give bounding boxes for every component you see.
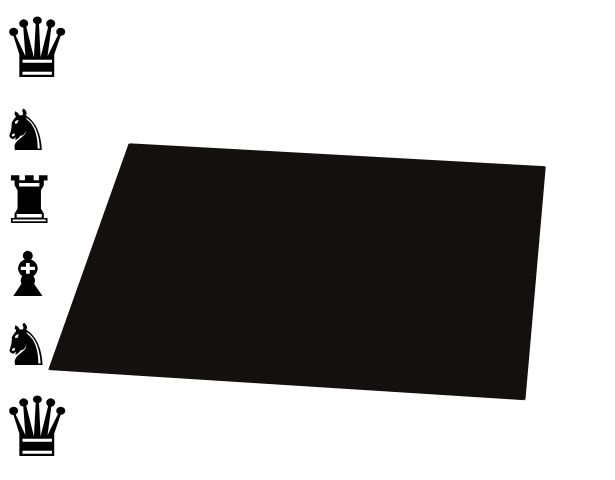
black-bishop-g1[interactable]: ♝	[0, 476, 615, 480]
game-board	[48, 143, 546, 400]
scene: ♛♞♜♝♞♛♝♚♟♟♜♟♟♟♜♟♟♝♜♟♞♝	[0, 0, 615, 480]
black-queen-a1[interactable]: ♛	[0, 0, 615, 97]
